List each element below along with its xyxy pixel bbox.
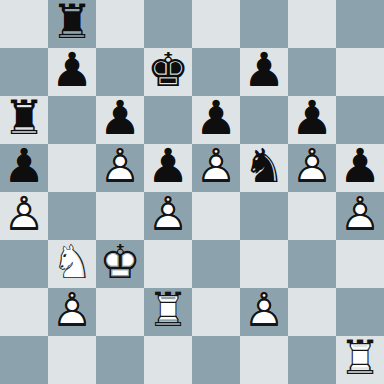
square-e8[interactable] [192,0,240,48]
piece-black-pawn[interactable]: ♟ [0,144,48,192]
square-g2[interactable] [288,288,336,336]
square-f3[interactable] [240,240,288,288]
square-f1[interactable] [240,336,288,384]
square-g6[interactable]: ♟ [288,96,336,144]
white-rook-outline-icon: ♖ [144,286,192,334]
white-pawn-outline-icon: ♙ [48,286,96,334]
piece-black-pawn[interactable]: ♟ [336,144,384,192]
square-f5[interactable]: ♞ [240,144,288,192]
white-pawn-outline-icon: ♙ [240,286,288,334]
square-b8[interactable]: ♜ [48,0,96,48]
piece-black-king[interactable]: ♚ [144,48,192,96]
square-c8[interactable] [96,0,144,48]
square-g5[interactable]: ♟♙ [288,144,336,192]
black-pawn-icon: ♟ [192,94,240,142]
piece-black-pawn[interactable]: ♟ [96,96,144,144]
square-d1[interactable] [144,336,192,384]
square-d5[interactable]: ♟ [144,144,192,192]
black-pawn-icon: ♟ [0,142,48,190]
square-b3[interactable]: ♞♘ [48,240,96,288]
square-g8[interactable] [288,0,336,48]
square-b6[interactable] [48,96,96,144]
square-e6[interactable]: ♟ [192,96,240,144]
square-e4[interactable] [192,192,240,240]
square-f6[interactable] [240,96,288,144]
piece-black-rook[interactable]: ♜ [48,0,96,48]
square-a2[interactable] [0,288,48,336]
square-a6[interactable]: ♜ [0,96,48,144]
piece-black-pawn[interactable]: ♟ [192,96,240,144]
piece-white-pawn[interactable]: ♟♙ [96,144,144,192]
white-pawn-outline-icon: ♙ [192,142,240,190]
black-pawn-icon: ♟ [144,142,192,190]
white-rook-outline-icon: ♖ [336,334,384,382]
square-h5[interactable]: ♟ [336,144,384,192]
square-b2[interactable]: ♟♙ [48,288,96,336]
square-c3[interactable]: ♚♔ [96,240,144,288]
square-a7[interactable] [0,48,48,96]
square-b7[interactable]: ♟ [48,48,96,96]
square-e5[interactable]: ♟♙ [192,144,240,192]
square-h3[interactable] [336,240,384,288]
square-c1[interactable] [96,336,144,384]
square-e7[interactable] [192,48,240,96]
white-pawn-outline-icon: ♙ [144,190,192,238]
square-h1[interactable]: ♜♖ [336,336,384,384]
square-a3[interactable] [0,240,48,288]
square-a1[interactable] [0,336,48,384]
square-d6[interactable] [144,96,192,144]
square-h7[interactable] [336,48,384,96]
piece-black-pawn[interactable]: ♟ [48,48,96,96]
square-f2[interactable]: ♟♙ [240,288,288,336]
white-pawn-outline-icon: ♙ [336,190,384,238]
black-pawn-icon: ♟ [96,94,144,142]
square-e3[interactable] [192,240,240,288]
piece-white-pawn[interactable]: ♟♙ [192,144,240,192]
piece-white-pawn[interactable]: ♟♙ [48,288,96,336]
piece-white-rook[interactable]: ♜♖ [144,288,192,336]
piece-white-pawn[interactable]: ♟♙ [336,192,384,240]
black-king-icon: ♚ [144,46,192,94]
square-f4[interactable] [240,192,288,240]
square-d8[interactable] [144,0,192,48]
piece-black-pawn[interactable]: ♟ [288,96,336,144]
square-e2[interactable] [192,288,240,336]
piece-black-knight[interactable]: ♞ [240,144,288,192]
square-f7[interactable]: ♟ [240,48,288,96]
black-knight-icon: ♞ [240,142,288,190]
piece-white-pawn[interactable]: ♟♙ [288,144,336,192]
square-g4[interactable] [288,192,336,240]
chess-board: ♜♟♚♟♜♟♟♟♟♟♙♟♟♙♞♟♙♟♟♙♟♙♟♙♞♘♚♔♟♙♜♖♟♙♜♖ [0,0,384,384]
piece-white-pawn[interactable]: ♟♙ [0,192,48,240]
square-c5[interactable]: ♟♙ [96,144,144,192]
square-a5[interactable]: ♟ [0,144,48,192]
square-f8[interactable] [240,0,288,48]
piece-black-pawn[interactable]: ♟ [144,144,192,192]
white-knight-outline-icon: ♘ [48,238,96,286]
black-rook-icon: ♜ [48,0,96,46]
square-b4[interactable] [48,192,96,240]
black-pawn-icon: ♟ [240,46,288,94]
square-d3[interactable] [144,240,192,288]
square-b1[interactable] [48,336,96,384]
square-c7[interactable] [96,48,144,96]
square-h8[interactable] [336,0,384,48]
piece-white-knight[interactable]: ♞♘ [48,240,96,288]
square-h2[interactable] [336,288,384,336]
square-c2[interactable] [96,288,144,336]
square-a4[interactable]: ♟♙ [0,192,48,240]
square-d2[interactable]: ♜♖ [144,288,192,336]
white-pawn-outline-icon: ♙ [0,190,48,238]
piece-white-pawn[interactable]: ♟♙ [144,192,192,240]
piece-black-rook[interactable]: ♜ [0,96,48,144]
piece-black-pawn[interactable]: ♟ [240,48,288,96]
square-d7[interactable]: ♚ [144,48,192,96]
piece-white-pawn[interactable]: ♟♙ [240,288,288,336]
square-h4[interactable]: ♟♙ [336,192,384,240]
square-c4[interactable] [96,192,144,240]
square-g3[interactable] [288,240,336,288]
square-g1[interactable] [288,336,336,384]
black-pawn-icon: ♟ [288,94,336,142]
piece-white-king[interactable]: ♚♔ [96,240,144,288]
square-a8[interactable] [0,0,48,48]
white-pawn-outline-icon: ♙ [96,142,144,190]
piece-white-rook[interactable]: ♜♖ [336,336,384,384]
square-g7[interactable] [288,48,336,96]
square-c6[interactable]: ♟ [96,96,144,144]
square-h6[interactable] [336,96,384,144]
square-b5[interactable] [48,144,96,192]
white-king-outline-icon: ♔ [96,238,144,286]
black-rook-icon: ♜ [0,94,48,142]
square-e1[interactable] [192,336,240,384]
square-d4[interactable]: ♟♙ [144,192,192,240]
black-pawn-icon: ♟ [336,142,384,190]
black-pawn-icon: ♟ [48,46,96,94]
white-pawn-outline-icon: ♙ [288,142,336,190]
